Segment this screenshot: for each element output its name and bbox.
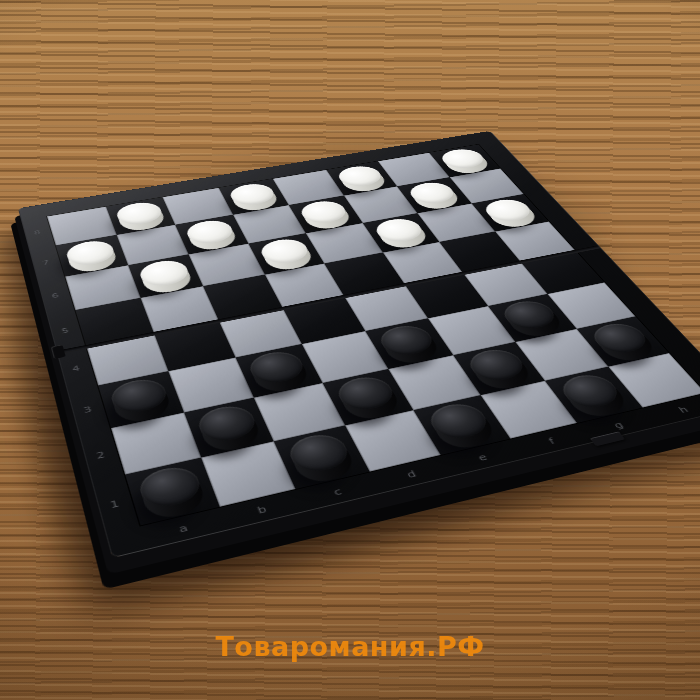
black-checker (334, 376, 402, 418)
white-checker (65, 240, 118, 271)
black-checker (286, 433, 357, 480)
rank-label: 6 (42, 277, 70, 314)
black-checker (195, 405, 262, 449)
white-checker (258, 238, 314, 269)
black-checker (376, 325, 441, 362)
white-checker (114, 202, 166, 230)
white-checker (184, 220, 238, 249)
black-checker (137, 466, 207, 516)
white-checker (137, 260, 193, 292)
white-checker (335, 166, 388, 191)
white-checker (481, 199, 538, 227)
black-checker (247, 351, 311, 391)
watermark: Товаромания.РФ (215, 631, 484, 662)
black-checker (426, 403, 497, 447)
white-checker (438, 149, 491, 173)
white-checker (227, 183, 279, 210)
wood-table-background: abcdefgh 87654321 Товаромания.РФ (0, 0, 700, 700)
black-checker (499, 300, 564, 335)
black-checker (464, 349, 532, 388)
white-checker (406, 182, 461, 209)
rank-label: 7 (33, 246, 59, 281)
black-checker (109, 378, 172, 420)
white-checker (298, 200, 352, 228)
rank-label: 8 (25, 217, 50, 249)
black-checker (588, 323, 657, 360)
white-checker (372, 218, 429, 247)
